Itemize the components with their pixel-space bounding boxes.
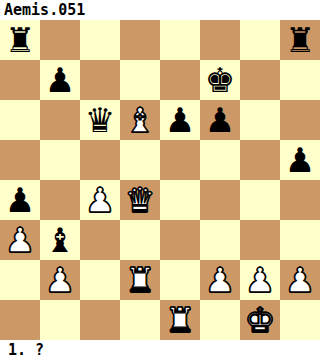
black-rook-a8[interactable]: ♜ [5, 20, 35, 60]
square-a8[interactable]: ♜ [0, 20, 40, 60]
square-a6[interactable] [0, 100, 40, 140]
square-e3[interactable] [160, 220, 200, 260]
black-pawn-a4[interactable]: ♟ [5, 180, 35, 220]
black-pawn-f6[interactable]: ♟ [205, 100, 235, 140]
move-prompt: 1. ? [0, 340, 44, 360]
square-f1[interactable] [200, 300, 240, 340]
square-e2[interactable] [160, 260, 200, 300]
black-bishop-b3[interactable]: ♝ [45, 220, 75, 260]
square-b1[interactable] [40, 300, 80, 340]
white-pawn-b2[interactable]: ♟ [45, 260, 75, 300]
square-h4[interactable] [280, 180, 320, 220]
square-c3[interactable] [80, 220, 120, 260]
square-b7[interactable]: ♟ [40, 60, 80, 100]
square-e7[interactable] [160, 60, 200, 100]
square-e8[interactable] [160, 20, 200, 60]
square-f2[interactable]: ♟ [200, 260, 240, 300]
square-f3[interactable] [200, 220, 240, 260]
square-g4[interactable] [240, 180, 280, 220]
square-c4[interactable]: ♟ [80, 180, 120, 220]
puzzle-title: Aemis.051 [0, 0, 85, 20]
square-e1[interactable]: ♜ [160, 300, 200, 340]
square-f6[interactable]: ♟ [200, 100, 240, 140]
square-d5[interactable] [120, 140, 160, 180]
square-h7[interactable] [280, 60, 320, 100]
square-a3[interactable]: ♟ [0, 220, 40, 260]
square-c7[interactable] [80, 60, 120, 100]
black-pawn-e6[interactable]: ♟ [165, 100, 195, 140]
square-d6[interactable]: ♝ [120, 100, 160, 140]
square-h8[interactable]: ♜ [280, 20, 320, 60]
square-b4[interactable] [40, 180, 80, 220]
square-f8[interactable] [200, 20, 240, 60]
square-d8[interactable] [120, 20, 160, 60]
square-g2[interactable]: ♟ [240, 260, 280, 300]
square-a1[interactable] [0, 300, 40, 340]
white-pawn-g2[interactable]: ♟ [245, 260, 275, 300]
square-d7[interactable] [120, 60, 160, 100]
square-g6[interactable] [240, 100, 280, 140]
white-rook-d2[interactable]: ♜ [125, 260, 155, 300]
chess-board: ♜♜♟♚♛♝♟♟♟♟♟♛♟♝♟♜♟♟♟♜♚ [0, 20, 320, 340]
square-d2[interactable]: ♜ [120, 260, 160, 300]
square-a2[interactable] [0, 260, 40, 300]
square-g8[interactable] [240, 20, 280, 60]
square-f4[interactable] [200, 180, 240, 220]
white-king-g1[interactable]: ♚ [245, 300, 275, 340]
square-d3[interactable] [120, 220, 160, 260]
square-h3[interactable] [280, 220, 320, 260]
white-queen-d4[interactable]: ♛ [125, 180, 155, 220]
square-g7[interactable] [240, 60, 280, 100]
white-bishop-d6[interactable]: ♝ [125, 100, 155, 140]
square-h6[interactable] [280, 100, 320, 140]
white-pawn-f2[interactable]: ♟ [205, 260, 235, 300]
white-pawn-h2[interactable]: ♟ [285, 260, 315, 300]
titlebar: Aemis.051 [0, 0, 320, 20]
square-d4[interactable]: ♛ [120, 180, 160, 220]
statusbar: 1. ? [0, 340, 320, 360]
square-h5[interactable]: ♟ [280, 140, 320, 180]
square-c1[interactable] [80, 300, 120, 340]
square-f5[interactable] [200, 140, 240, 180]
black-queen-c6[interactable]: ♛ [85, 100, 115, 140]
square-c2[interactable] [80, 260, 120, 300]
square-b2[interactable]: ♟ [40, 260, 80, 300]
square-e5[interactable] [160, 140, 200, 180]
white-pawn-c4[interactable]: ♟ [85, 180, 115, 220]
square-c8[interactable] [80, 20, 120, 60]
square-f7[interactable]: ♚ [200, 60, 240, 100]
chess-app-window: Aemis.051 ♜♜♟♚♛♝♟♟♟♟♟♛♟♝♟♜♟♟♟♜♚ 1. ? [0, 0, 320, 360]
square-e6[interactable]: ♟ [160, 100, 200, 140]
black-pawn-h5[interactable]: ♟ [285, 140, 315, 180]
square-a5[interactable] [0, 140, 40, 180]
square-b8[interactable] [40, 20, 80, 60]
square-c6[interactable]: ♛ [80, 100, 120, 140]
black-king-f7[interactable]: ♚ [205, 60, 235, 100]
square-g3[interactable] [240, 220, 280, 260]
white-pawn-a3[interactable]: ♟ [5, 220, 35, 260]
square-g1[interactable]: ♚ [240, 300, 280, 340]
square-h2[interactable]: ♟ [280, 260, 320, 300]
square-e4[interactable] [160, 180, 200, 220]
square-h1[interactable] [280, 300, 320, 340]
black-rook-h8[interactable]: ♜ [285, 20, 315, 60]
square-g5[interactable] [240, 140, 280, 180]
white-rook-e1[interactable]: ♜ [165, 300, 195, 340]
square-b6[interactable] [40, 100, 80, 140]
square-d1[interactable] [120, 300, 160, 340]
square-b5[interactable] [40, 140, 80, 180]
square-b3[interactable]: ♝ [40, 220, 80, 260]
square-a7[interactable] [0, 60, 40, 100]
black-pawn-b7[interactable]: ♟ [45, 60, 75, 100]
square-a4[interactable]: ♟ [0, 180, 40, 220]
square-c5[interactable] [80, 140, 120, 180]
